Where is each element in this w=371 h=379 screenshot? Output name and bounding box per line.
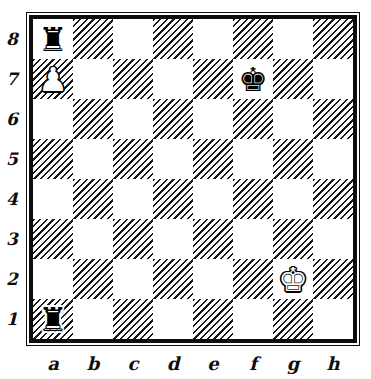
square-a1: ♜: [33, 299, 73, 339]
square-g4: [273, 179, 313, 219]
file-labels: abcdefgh: [33, 349, 353, 377]
square-h5: [313, 139, 353, 179]
black-rook: ♜: [33, 19, 73, 59]
square-h2: [313, 259, 353, 299]
square-g7: [273, 59, 313, 99]
rank-label-2: 2: [1, 259, 23, 299]
square-c8: [113, 19, 153, 59]
square-g5: [273, 139, 313, 179]
square-h8: [313, 19, 353, 59]
file-label-b: b: [73, 349, 113, 377]
square-c7: [113, 59, 153, 99]
square-b7: [73, 59, 113, 99]
square-e8: [193, 19, 233, 59]
white-pawn: ♟: [33, 59, 73, 99]
rank-label-8: 8: [1, 19, 23, 59]
square-e2: [193, 259, 233, 299]
square-c1: [113, 299, 153, 339]
square-a3: [33, 219, 73, 259]
square-f6: [233, 99, 273, 139]
square-c4: [113, 179, 153, 219]
square-e4: [193, 179, 233, 219]
file-label-h: h: [313, 349, 353, 377]
square-h7: [313, 59, 353, 99]
square-b6: [73, 99, 113, 139]
square-d8: [153, 19, 193, 59]
square-c2: [113, 259, 153, 299]
square-f8: [233, 19, 273, 59]
square-d2: [153, 259, 193, 299]
rank-label-4: 4: [1, 179, 23, 219]
square-c3: [113, 219, 153, 259]
chess-board: ♜♟♚♚♜: [33, 19, 353, 339]
square-a7: ♟: [33, 59, 73, 99]
board-frame: ♜♟♚♚♜: [26, 12, 360, 346]
square-b8: [73, 19, 113, 59]
square-c6: [113, 99, 153, 139]
square-e1: [193, 299, 233, 339]
board-border: ♜♟♚♚♜: [29, 15, 357, 343]
black-king: ♚: [233, 59, 273, 99]
square-f4: [233, 179, 273, 219]
square-e7: [193, 59, 233, 99]
square-f5: [233, 139, 273, 179]
square-d5: [153, 139, 193, 179]
square-d6: [153, 99, 193, 139]
rank-label-3: 3: [1, 219, 23, 259]
file-label-c: c: [113, 349, 153, 377]
square-e6: [193, 99, 233, 139]
file-label-e: e: [193, 349, 233, 377]
square-d3: [153, 219, 193, 259]
file-label-f: f: [233, 349, 273, 377]
square-c5: [113, 139, 153, 179]
square-g3: [273, 219, 313, 259]
square-a6: [33, 99, 73, 139]
square-h4: [313, 179, 353, 219]
square-b5: [73, 139, 113, 179]
square-f1: [233, 299, 273, 339]
square-h1: [313, 299, 353, 339]
square-e3: [193, 219, 233, 259]
square-g6: [273, 99, 313, 139]
white-king: ♚: [273, 259, 313, 299]
square-h3: [313, 219, 353, 259]
file-label-g: g: [273, 349, 313, 377]
square-b1: [73, 299, 113, 339]
square-a5: [33, 139, 73, 179]
file-label-d: d: [153, 349, 193, 377]
square-b2: [73, 259, 113, 299]
rank-label-5: 5: [1, 139, 23, 179]
square-f3: [233, 219, 273, 259]
square-a8: ♜: [33, 19, 73, 59]
square-b4: [73, 179, 113, 219]
rank-label-1: 1: [1, 299, 23, 339]
rank-labels: 87654321: [1, 19, 23, 339]
rank-label-6: 6: [1, 99, 23, 139]
square-f2: [233, 259, 273, 299]
square-b3: [73, 219, 113, 259]
square-g2: ♚: [273, 259, 313, 299]
square-g1: [273, 299, 313, 339]
square-a4: [33, 179, 73, 219]
black-rook: ♜: [33, 299, 73, 339]
square-h6: [313, 99, 353, 139]
square-g8: [273, 19, 313, 59]
square-a2: [33, 259, 73, 299]
square-e5: [193, 139, 233, 179]
rank-label-7: 7: [1, 59, 23, 99]
square-f7: ♚: [233, 59, 273, 99]
file-label-a: a: [33, 349, 73, 377]
square-d4: [153, 179, 193, 219]
square-d7: [153, 59, 193, 99]
chess-diagram: 87654321 ♜♟♚♚♜ abcdefgh: [0, 0, 371, 379]
square-d1: [153, 299, 193, 339]
